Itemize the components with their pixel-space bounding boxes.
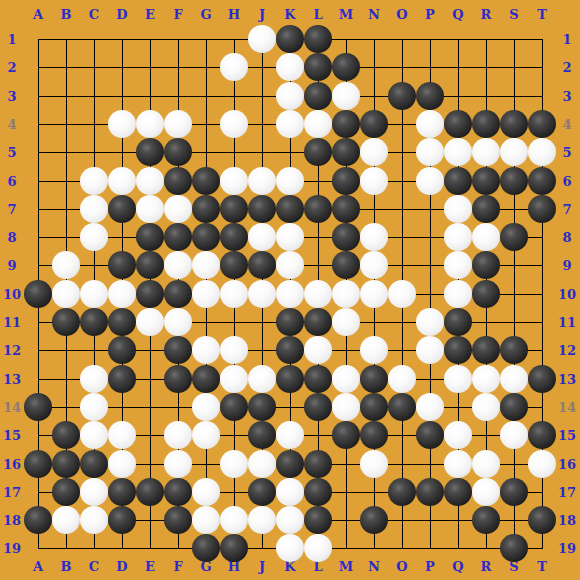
col-label-bottom-M: M — [339, 560, 353, 573]
col-label-top-R: R — [481, 8, 492, 21]
stone-black-L16[interactable] — [304, 450, 332, 478]
stone-white-M11[interactable] — [332, 308, 360, 336]
row-label-right-13: 13 — [558, 372, 576, 385]
stone-white-C7[interactable] — [80, 195, 108, 223]
row-label-left-10: 10 — [3, 287, 21, 300]
col-label-top-O: O — [396, 8, 407, 21]
stone-white-D4[interactable] — [108, 110, 136, 138]
stone-black-Q4[interactable] — [444, 110, 472, 138]
stone-white-F9[interactable] — [164, 251, 192, 279]
stone-white-R5[interactable] — [472, 138, 500, 166]
stone-white-H6[interactable] — [220, 167, 248, 195]
row-label-left-14: 14 — [3, 400, 21, 413]
stone-white-L10[interactable] — [304, 280, 332, 308]
col-label-bottom-E: E — [145, 560, 155, 573]
row-label-right-10: 10 — [558, 287, 576, 300]
stone-black-F12[interactable] — [164, 336, 192, 364]
stone-black-L7[interactable] — [304, 195, 332, 223]
stone-white-G17[interactable] — [192, 478, 220, 506]
stone-black-B17[interactable] — [52, 478, 80, 506]
stone-white-F15[interactable] — [164, 421, 192, 449]
row-label-right-5: 5 — [562, 146, 571, 159]
row-label-right-19: 19 — [558, 542, 576, 555]
stone-black-T7[interactable] — [528, 195, 556, 223]
stone-black-F17[interactable] — [164, 478, 192, 506]
stone-black-F6[interactable] — [164, 167, 192, 195]
col-label-top-N: N — [368, 8, 380, 21]
stone-white-K2[interactable] — [276, 53, 304, 81]
stone-black-M15[interactable] — [332, 421, 360, 449]
row-label-left-13: 13 — [3, 372, 21, 385]
col-label-top-H: H — [228, 8, 240, 21]
stone-white-G14[interactable] — [192, 393, 220, 421]
stone-white-P14[interactable] — [416, 393, 444, 421]
stone-black-P15[interactable] — [416, 421, 444, 449]
stone-white-H10[interactable] — [220, 280, 248, 308]
stone-black-R7[interactable] — [472, 195, 500, 223]
stone-white-C18[interactable] — [80, 506, 108, 534]
stone-white-P6[interactable] — [416, 167, 444, 195]
row-label-left-8: 8 — [7, 231, 16, 244]
stone-black-T6[interactable] — [528, 167, 556, 195]
stone-black-E5[interactable] — [136, 138, 164, 166]
stone-white-M3[interactable] — [332, 82, 360, 110]
stone-white-T16[interactable] — [528, 450, 556, 478]
stone-white-H16[interactable] — [220, 450, 248, 478]
stone-white-N8[interactable] — [360, 223, 388, 251]
stone-black-G8[interactable] — [192, 223, 220, 251]
col-label-top-Q: Q — [452, 8, 463, 21]
stone-black-R4[interactable] — [472, 110, 500, 138]
col-label-top-C: C — [89, 8, 99, 21]
stone-white-J18[interactable] — [248, 506, 276, 534]
stone-white-Q16[interactable] — [444, 450, 472, 478]
stone-black-R18[interactable] — [472, 506, 500, 534]
row-label-right-16: 16 — [558, 457, 576, 470]
stone-black-B16[interactable] — [52, 450, 80, 478]
stone-white-J8[interactable] — [248, 223, 276, 251]
stone-white-M13[interactable] — [332, 365, 360, 393]
stone-black-C11[interactable] — [80, 308, 108, 336]
stone-white-B10[interactable] — [52, 280, 80, 308]
stone-white-Q8[interactable] — [444, 223, 472, 251]
stone-white-J16[interactable] — [248, 450, 276, 478]
stone-black-G6[interactable] — [192, 167, 220, 195]
stone-black-R12[interactable] — [472, 336, 500, 364]
stone-black-S14[interactable] — [500, 393, 528, 421]
stone-black-F5[interactable] — [164, 138, 192, 166]
stone-white-J1[interactable] — [248, 25, 276, 53]
stone-black-D9[interactable] — [108, 251, 136, 279]
col-label-bottom-O: O — [396, 560, 407, 573]
stone-white-G12[interactable] — [192, 336, 220, 364]
stone-black-H8[interactable] — [220, 223, 248, 251]
row-label-right-3: 3 — [562, 89, 571, 102]
stone-black-S6[interactable] — [500, 167, 528, 195]
stone-white-N5[interactable] — [360, 138, 388, 166]
row-label-right-11: 11 — [558, 316, 576, 329]
stone-black-Q6[interactable] — [444, 167, 472, 195]
stone-white-D15[interactable] — [108, 421, 136, 449]
stone-white-P4[interactable] — [416, 110, 444, 138]
stone-black-F10[interactable] — [164, 280, 192, 308]
stone-black-E8[interactable] — [136, 223, 164, 251]
stone-black-L2[interactable] — [304, 53, 332, 81]
row-label-left-3: 3 — [7, 89, 16, 102]
stone-white-N9[interactable] — [360, 251, 388, 279]
stone-black-T4[interactable] — [528, 110, 556, 138]
col-label-bottom-Q: Q — [452, 560, 463, 573]
stone-white-L12[interactable] — [304, 336, 332, 364]
stone-black-A14[interactable] — [24, 393, 52, 421]
stone-white-M10[interactable] — [332, 280, 360, 308]
col-label-top-G: G — [200, 8, 211, 21]
stone-black-K12[interactable] — [276, 336, 304, 364]
stone-black-Q17[interactable] — [444, 478, 472, 506]
stone-black-J14[interactable] — [248, 393, 276, 421]
stone-black-L13[interactable] — [304, 365, 332, 393]
stone-white-H13[interactable] — [220, 365, 248, 393]
stone-white-G15[interactable] — [192, 421, 220, 449]
stone-black-R6[interactable] — [472, 167, 500, 195]
stone-black-M8[interactable] — [332, 223, 360, 251]
stone-black-L5[interactable] — [304, 138, 332, 166]
stone-black-M2[interactable] — [332, 53, 360, 81]
col-label-top-D: D — [116, 8, 127, 21]
stone-black-B15[interactable] — [52, 421, 80, 449]
row-label-right-9: 9 — [562, 259, 571, 272]
stone-black-A10[interactable] — [24, 280, 52, 308]
stone-white-L4[interactable] — [304, 110, 332, 138]
stone-black-P17[interactable] — [416, 478, 444, 506]
stone-white-F16[interactable] — [164, 450, 192, 478]
stone-black-F8[interactable] — [164, 223, 192, 251]
stone-black-D13[interactable] — [108, 365, 136, 393]
stone-white-C6[interactable] — [80, 167, 108, 195]
stone-white-J6[interactable] — [248, 167, 276, 195]
col-label-bottom-C: C — [89, 560, 99, 573]
stone-white-K4[interactable] — [276, 110, 304, 138]
stone-white-J13[interactable] — [248, 365, 276, 393]
stone-white-R14[interactable] — [472, 393, 500, 421]
stone-white-J10[interactable] — [248, 280, 276, 308]
stone-white-N16[interactable] — [360, 450, 388, 478]
stone-white-H18[interactable] — [220, 506, 248, 534]
row-label-left-15: 15 — [3, 429, 21, 442]
row-label-right-12: 12 — [558, 344, 576, 357]
stone-white-R13[interactable] — [472, 365, 500, 393]
stone-white-N12[interactable] — [360, 336, 388, 364]
stone-white-S5[interactable] — [500, 138, 528, 166]
stone-white-R16[interactable] — [472, 450, 500, 478]
stone-black-L1[interactable] — [304, 25, 332, 53]
grid-hline — [38, 407, 543, 408]
stone-white-O10[interactable] — [388, 280, 416, 308]
stone-white-P11[interactable] — [416, 308, 444, 336]
stone-black-E10[interactable] — [136, 280, 164, 308]
stone-white-K17[interactable] — [276, 478, 304, 506]
col-label-bottom-D: D — [116, 560, 127, 573]
col-label-bottom-F: F — [173, 560, 182, 573]
stone-black-S19[interactable] — [500, 534, 528, 562]
stone-white-S13[interactable] — [500, 365, 528, 393]
row-label-left-11: 11 — [3, 316, 21, 329]
stone-black-F13[interactable] — [164, 365, 192, 393]
stone-black-O3[interactable] — [388, 82, 416, 110]
stone-black-R10[interactable] — [472, 280, 500, 308]
stone-black-H9[interactable] — [220, 251, 248, 279]
stone-white-K15[interactable] — [276, 421, 304, 449]
stone-white-E11[interactable] — [136, 308, 164, 336]
stone-black-D7[interactable] — [108, 195, 136, 223]
stone-black-N14[interactable] — [360, 393, 388, 421]
stone-white-F4[interactable] — [164, 110, 192, 138]
stone-black-N13[interactable] — [360, 365, 388, 393]
stone-white-C17[interactable] — [80, 478, 108, 506]
stone-black-M4[interactable] — [332, 110, 360, 138]
stone-black-N15[interactable] — [360, 421, 388, 449]
stone-white-N6[interactable] — [360, 167, 388, 195]
stone-white-R8[interactable] — [472, 223, 500, 251]
col-label-top-B: B — [61, 8, 72, 21]
stone-black-J7[interactable] — [248, 195, 276, 223]
stone-white-D16[interactable] — [108, 450, 136, 478]
row-label-right-2: 2 — [562, 61, 571, 74]
row-label-left-1: 1 — [7, 33, 16, 46]
stone-black-N4[interactable] — [360, 110, 388, 138]
stone-black-K11[interactable] — [276, 308, 304, 336]
col-label-bottom-T: T — [537, 560, 547, 573]
stone-black-M9[interactable] — [332, 251, 360, 279]
row-label-left-6: 6 — [7, 174, 16, 187]
stone-black-S4[interactable] — [500, 110, 528, 138]
col-label-top-P: P — [425, 8, 435, 21]
stone-white-C14[interactable] — [80, 393, 108, 421]
stone-black-G19[interactable] — [192, 534, 220, 562]
col-label-bottom-R: R — [481, 560, 492, 573]
col-label-bottom-P: P — [425, 560, 435, 573]
stone-white-K18[interactable] — [276, 506, 304, 534]
col-label-bottom-A: A — [33, 560, 43, 573]
stone-black-H7[interactable] — [220, 195, 248, 223]
row-label-right-18: 18 — [558, 514, 576, 527]
stone-white-C13[interactable] — [80, 365, 108, 393]
row-label-left-18: 18 — [3, 514, 21, 527]
stone-black-A16[interactable] — [24, 450, 52, 478]
stone-black-J9[interactable] — [248, 251, 276, 279]
row-label-right-14: 14 — [558, 400, 576, 413]
stone-black-R9[interactable] — [472, 251, 500, 279]
col-label-top-E: E — [145, 8, 155, 21]
stone-black-L17[interactable] — [304, 478, 332, 506]
stone-black-L14[interactable] — [304, 393, 332, 421]
stone-white-Q10[interactable] — [444, 280, 472, 308]
stone-black-E9[interactable] — [136, 251, 164, 279]
stone-black-D17[interactable] — [108, 478, 136, 506]
stone-white-P5[interactable] — [416, 138, 444, 166]
stone-black-H19[interactable] — [220, 534, 248, 562]
stone-white-D10[interactable] — [108, 280, 136, 308]
stone-black-K1[interactable] — [276, 25, 304, 53]
row-label-left-12: 12 — [3, 344, 21, 357]
stone-white-C8[interactable] — [80, 223, 108, 251]
stone-black-L3[interactable] — [304, 82, 332, 110]
stone-black-M5[interactable] — [332, 138, 360, 166]
row-label-left-4: 4 — [7, 117, 16, 130]
stone-white-Q13[interactable] — [444, 365, 472, 393]
row-label-right-4: 4 — [562, 117, 571, 130]
stone-white-Q9[interactable] — [444, 251, 472, 279]
stone-white-D6[interactable] — [108, 167, 136, 195]
stone-white-N10[interactable] — [360, 280, 388, 308]
col-label-top-A: A — [33, 8, 43, 21]
col-label-top-L: L — [313, 8, 322, 21]
stone-black-H14[interactable] — [220, 393, 248, 421]
stone-white-E4[interactable] — [136, 110, 164, 138]
stone-black-A18[interactable] — [24, 506, 52, 534]
stone-black-T18[interactable] — [528, 506, 556, 534]
stone-white-B18[interactable] — [52, 506, 80, 534]
stone-white-H2[interactable] — [220, 53, 248, 81]
stone-black-L18[interactable] — [304, 506, 332, 534]
stone-white-L19[interactable] — [304, 534, 332, 562]
stone-white-G18[interactable] — [192, 506, 220, 534]
stone-black-K7[interactable] — [276, 195, 304, 223]
col-label-top-J: J — [259, 8, 265, 21]
stone-black-C16[interactable] — [80, 450, 108, 478]
stone-white-K19[interactable] — [276, 534, 304, 562]
stone-black-D18[interactable] — [108, 506, 136, 534]
stone-white-F7[interactable] — [164, 195, 192, 223]
stone-black-D12[interactable] — [108, 336, 136, 364]
stone-white-K10[interactable] — [276, 280, 304, 308]
row-label-left-17: 17 — [3, 485, 21, 498]
col-label-top-T: T — [537, 8, 547, 21]
row-label-left-7: 7 — [7, 202, 16, 215]
stone-black-Q11[interactable] — [444, 308, 472, 336]
row-label-right-7: 7 — [562, 202, 571, 215]
stone-white-P12[interactable] — [416, 336, 444, 364]
stone-black-N18[interactable] — [360, 506, 388, 534]
stone-black-F18[interactable] — [164, 506, 192, 534]
stone-white-H4[interactable] — [220, 110, 248, 138]
stone-black-M7[interactable] — [332, 195, 360, 223]
stone-black-S8[interactable] — [500, 223, 528, 251]
row-label-right-8: 8 — [562, 231, 571, 244]
stone-white-Q7[interactable] — [444, 195, 472, 223]
stone-black-L11[interactable] — [304, 308, 332, 336]
stone-black-O14[interactable] — [388, 393, 416, 421]
col-label-bottom-N: N — [368, 560, 380, 573]
row-label-right-15: 15 — [558, 429, 576, 442]
stone-white-K9[interactable] — [276, 251, 304, 279]
stone-black-S17[interactable] — [500, 478, 528, 506]
stone-white-K3[interactable] — [276, 82, 304, 110]
stone-white-F11[interactable] — [164, 308, 192, 336]
stone-white-G10[interactable] — [192, 280, 220, 308]
stone-white-Q5[interactable] — [444, 138, 472, 166]
stone-black-G7[interactable] — [192, 195, 220, 223]
stone-black-P3[interactable] — [416, 82, 444, 110]
row-label-left-2: 2 — [7, 61, 16, 74]
stone-white-E6[interactable] — [136, 167, 164, 195]
col-label-top-K: K — [284, 8, 295, 21]
stone-white-M14[interactable] — [332, 393, 360, 421]
stone-white-G9[interactable] — [192, 251, 220, 279]
stone-white-O13[interactable] — [388, 365, 416, 393]
stone-black-K16[interactable] — [276, 450, 304, 478]
col-label-bottom-B: B — [61, 560, 72, 573]
row-label-right-6: 6 — [562, 174, 571, 187]
stone-white-B9[interactable] — [52, 251, 80, 279]
stone-white-K8[interactable] — [276, 223, 304, 251]
stone-white-E7[interactable] — [136, 195, 164, 223]
col-label-top-F: F — [173, 8, 182, 21]
stone-white-Q15[interactable] — [444, 421, 472, 449]
stone-black-D11[interactable] — [108, 308, 136, 336]
stone-black-O17[interactable] — [388, 478, 416, 506]
row-label-left-19: 19 — [3, 542, 21, 555]
col-label-top-M: M — [339, 8, 353, 21]
stone-black-K13[interactable] — [276, 365, 304, 393]
stone-black-J17[interactable] — [248, 478, 276, 506]
stone-white-T5[interactable] — [528, 138, 556, 166]
stone-white-C10[interactable] — [80, 280, 108, 308]
row-label-left-5: 5 — [7, 146, 16, 159]
stone-white-C15[interactable] — [80, 421, 108, 449]
row-label-left-16: 16 — [3, 457, 21, 470]
stone-white-R17[interactable] — [472, 478, 500, 506]
stone-black-S12[interactable] — [500, 336, 528, 364]
row-label-left-9: 9 — [7, 259, 16, 272]
stone-black-Q12[interactable] — [444, 336, 472, 364]
stone-black-B11[interactable] — [52, 308, 80, 336]
row-label-right-17: 17 — [558, 485, 576, 498]
stone-black-G13[interactable] — [192, 365, 220, 393]
stone-black-E17[interactable] — [136, 478, 164, 506]
stone-white-K6[interactable] — [276, 167, 304, 195]
stone-black-T13[interactable] — [528, 365, 556, 393]
stone-white-H12[interactable] — [220, 336, 248, 364]
go-board: AABBCCDDEEFFGGHHJJKKLLMMNNOOPPQQRRSSTT11… — [0, 0, 580, 580]
col-label-top-S: S — [509, 8, 518, 21]
stone-black-J15[interactable] — [248, 421, 276, 449]
col-label-bottom-J: J — [259, 560, 265, 573]
row-label-right-1: 1 — [562, 33, 571, 46]
stone-black-T15[interactable] — [528, 421, 556, 449]
stone-white-S15[interactable] — [500, 421, 528, 449]
stone-black-M6[interactable] — [332, 167, 360, 195]
